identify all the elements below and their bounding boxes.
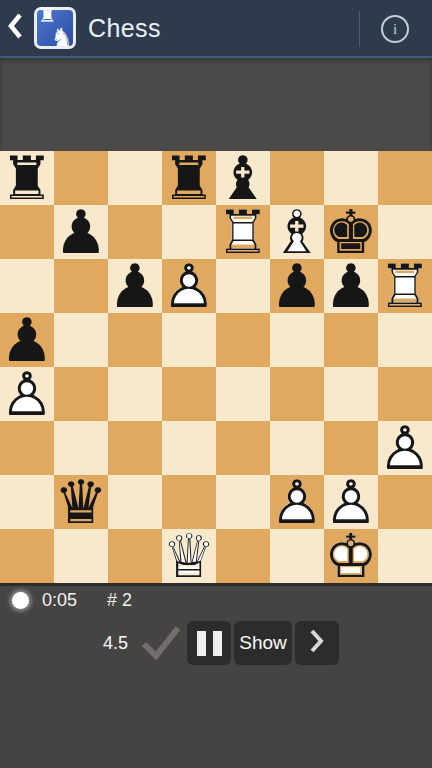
square-b1[interactable] bbox=[54, 529, 108, 583]
square-g3[interactable] bbox=[324, 421, 378, 475]
next-button[interactable] bbox=[295, 621, 339, 665]
square-h6[interactable]: ♜♖ bbox=[378, 259, 432, 313]
side-to-move-indicator bbox=[12, 592, 29, 609]
square-b5[interactable] bbox=[54, 313, 108, 367]
square-g6[interactable]: ♟ bbox=[324, 259, 378, 313]
square-d7[interactable] bbox=[162, 205, 216, 259]
square-b2[interactable]: ♛ bbox=[54, 475, 108, 529]
square-f4[interactable] bbox=[270, 367, 324, 421]
square-a2[interactable] bbox=[0, 475, 54, 529]
square-h3[interactable]: ♟♙ bbox=[378, 421, 432, 475]
black-bishop: ♝ bbox=[216, 151, 270, 205]
puzzle-rating: 4.5 bbox=[92, 633, 128, 654]
chess-app-icon: ♜ ♞ bbox=[34, 7, 76, 49]
square-g7[interactable]: ♚ bbox=[324, 205, 378, 259]
square-h7[interactable] bbox=[378, 205, 432, 259]
knight-icon: ♞ bbox=[51, 23, 73, 52]
square-h4[interactable] bbox=[378, 367, 432, 421]
square-d2[interactable] bbox=[162, 475, 216, 529]
square-h2[interactable] bbox=[378, 475, 432, 529]
square-a3[interactable] bbox=[0, 421, 54, 475]
square-b8[interactable] bbox=[54, 151, 108, 205]
white-pawn: ♟♙ bbox=[162, 259, 216, 313]
square-e2[interactable] bbox=[216, 475, 270, 529]
square-f3[interactable] bbox=[270, 421, 324, 475]
square-a4[interactable]: ♟♙ bbox=[0, 367, 54, 421]
chevron-left-icon bbox=[7, 12, 23, 44]
square-f2[interactable]: ♟♙ bbox=[270, 475, 324, 529]
square-h1[interactable] bbox=[378, 529, 432, 583]
square-c8[interactable] bbox=[108, 151, 162, 205]
square-e8[interactable]: ♝ bbox=[216, 151, 270, 205]
square-e7[interactable]: ♜♖ bbox=[216, 205, 270, 259]
square-c1[interactable] bbox=[108, 529, 162, 583]
info-icon: i bbox=[381, 15, 409, 43]
page-title: Chess bbox=[88, 14, 161, 43]
square-a5[interactable]: ♟ bbox=[0, 313, 54, 367]
timer: 0:05 bbox=[42, 590, 77, 610]
square-b6[interactable] bbox=[54, 259, 108, 313]
square-e4[interactable] bbox=[216, 367, 270, 421]
appbar-divider bbox=[359, 11, 360, 47]
square-b7[interactable]: ♟ bbox=[54, 205, 108, 259]
white-bishop: ♝♗ bbox=[270, 205, 324, 259]
black-pawn: ♟ bbox=[0, 313, 54, 367]
back-button[interactable] bbox=[0, 0, 30, 57]
square-b4[interactable] bbox=[54, 367, 108, 421]
white-pawn: ♟♙ bbox=[0, 367, 54, 421]
square-c5[interactable] bbox=[108, 313, 162, 367]
square-c6[interactable]: ♟ bbox=[108, 259, 162, 313]
mate-in-label: # 2 bbox=[107, 590, 132, 610]
square-e1[interactable] bbox=[216, 529, 270, 583]
square-a7[interactable] bbox=[0, 205, 54, 259]
black-pawn: ♟ bbox=[324, 259, 378, 313]
square-a8[interactable]: ♜ bbox=[0, 151, 54, 205]
square-g8[interactable] bbox=[324, 151, 378, 205]
phone-screen: ♜ ♞ Chess i ♜♜♝♟♜♖♝♗♚♟♟♙♟♟♜♖♟♟♙♟♙♛♟♙♟♙♛♕… bbox=[0, 0, 432, 768]
black-pawn: ♟ bbox=[270, 259, 324, 313]
square-f1[interactable] bbox=[270, 529, 324, 583]
square-c4[interactable] bbox=[108, 367, 162, 421]
square-d4[interactable] bbox=[162, 367, 216, 421]
white-king: ♚♔ bbox=[324, 529, 378, 583]
white-pawn: ♟♙ bbox=[378, 421, 432, 475]
info-button[interactable]: i bbox=[371, 0, 419, 58]
show-button[interactable]: Show bbox=[234, 621, 292, 665]
checkmark-icon bbox=[141, 624, 181, 664]
pause-icon bbox=[197, 631, 222, 656]
square-c7[interactable] bbox=[108, 205, 162, 259]
square-g4[interactable] bbox=[324, 367, 378, 421]
black-rook: ♜ bbox=[0, 151, 54, 205]
white-pawn: ♟♙ bbox=[324, 475, 378, 529]
square-g1[interactable]: ♚♔ bbox=[324, 529, 378, 583]
square-a6[interactable] bbox=[0, 259, 54, 313]
square-f8[interactable] bbox=[270, 151, 324, 205]
black-pawn: ♟ bbox=[54, 205, 108, 259]
white-pawn: ♟♙ bbox=[270, 475, 324, 529]
square-e6[interactable] bbox=[216, 259, 270, 313]
black-queen: ♛ bbox=[54, 475, 108, 529]
pause-button[interactable] bbox=[187, 621, 231, 665]
black-rook: ♜ bbox=[162, 151, 216, 205]
black-king: ♚ bbox=[324, 205, 378, 259]
white-queen: ♛♕ bbox=[162, 529, 216, 583]
square-f5[interactable] bbox=[270, 313, 324, 367]
square-a1[interactable] bbox=[0, 529, 54, 583]
white-rook: ♜♖ bbox=[216, 205, 270, 259]
square-f7[interactable]: ♝♗ bbox=[270, 205, 324, 259]
square-g5[interactable] bbox=[324, 313, 378, 367]
square-e5[interactable] bbox=[216, 313, 270, 367]
square-f6[interactable]: ♟ bbox=[270, 259, 324, 313]
square-b3[interactable] bbox=[54, 421, 108, 475]
chevron-right-icon bbox=[309, 628, 325, 658]
square-c3[interactable] bbox=[108, 421, 162, 475]
board-bottom-edge bbox=[0, 583, 432, 586]
square-d6[interactable]: ♟♙ bbox=[162, 259, 216, 313]
black-pawn: ♟ bbox=[108, 259, 162, 313]
square-g2[interactable]: ♟♙ bbox=[324, 475, 378, 529]
square-d5[interactable] bbox=[162, 313, 216, 367]
white-rook: ♜♖ bbox=[378, 259, 432, 313]
upper-panel bbox=[0, 58, 432, 151]
chess-board: ♜♜♝♟♜♖♝♗♚♟♟♙♟♟♜♖♟♟♙♟♙♛♟♙♟♙♛♕♚♔ bbox=[0, 151, 432, 583]
square-d8[interactable]: ♜ bbox=[162, 151, 216, 205]
square-h8[interactable] bbox=[378, 151, 432, 205]
square-d1[interactable]: ♛♕ bbox=[162, 529, 216, 583]
square-d3[interactable] bbox=[162, 421, 216, 475]
square-c2[interactable] bbox=[108, 475, 162, 529]
square-h5[interactable] bbox=[378, 313, 432, 367]
app-bar: ♜ ♞ Chess i bbox=[0, 0, 432, 58]
square-e3[interactable] bbox=[216, 421, 270, 475]
